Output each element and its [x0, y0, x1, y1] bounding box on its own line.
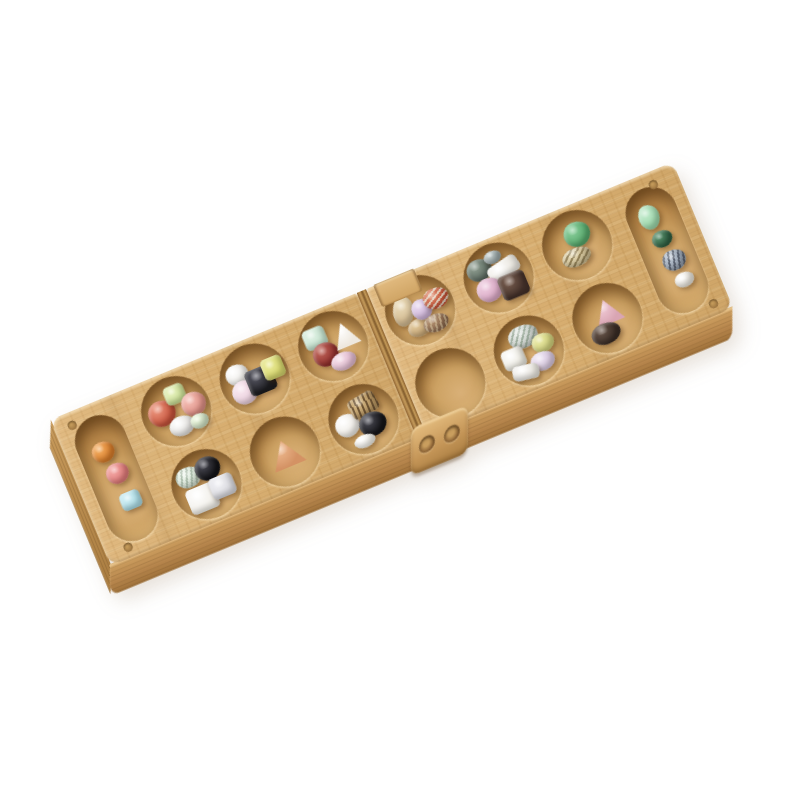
stone-speckled-tan [560, 242, 595, 271]
photo-background [0, 0, 800, 800]
stone-orange-triangle [263, 433, 308, 474]
stone-amber [89, 438, 118, 466]
stone-white [673, 269, 697, 291]
stone-light-jade [634, 202, 663, 233]
hinge-dowel-hole [419, 433, 435, 456]
stone-white-small [352, 430, 377, 450]
stone-light-blue [118, 488, 144, 513]
mancala-board [50, 162, 733, 566]
hinge-dowel-hole [444, 422, 460, 445]
board-scene [50, 162, 733, 566]
stone-rose [103, 459, 132, 487]
stone-dark-green [649, 227, 675, 251]
stone-dark-brown [588, 318, 624, 349]
stone-silver-banded [659, 245, 689, 274]
